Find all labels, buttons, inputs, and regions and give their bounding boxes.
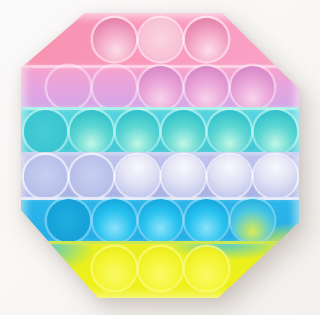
bubble-r1c3-raised[interactable] xyxy=(185,18,228,61)
band-teal xyxy=(21,107,299,152)
bubble-r3c5-raised[interactable] xyxy=(208,110,251,153)
bubble-r5c5-raised[interactable] xyxy=(231,199,274,242)
bubble-row-4 xyxy=(24,155,297,198)
bubble-r3c4-raised[interactable] xyxy=(162,110,205,153)
popit-shadow xyxy=(21,13,299,298)
band-lavender xyxy=(21,152,299,197)
bubble-r2c2-popped[interactable] xyxy=(93,66,136,109)
bubble-row-1 xyxy=(93,18,228,61)
bubble-r5c2-raised[interactable] xyxy=(93,199,136,242)
bubble-r5c4-raised[interactable] xyxy=(185,199,228,242)
bubble-r6c3-raised[interactable] xyxy=(185,247,228,290)
bubble-row-5 xyxy=(47,199,274,242)
bubble-row-2 xyxy=(47,66,274,109)
popit-board xyxy=(21,13,299,298)
bubble-r4c5-raised[interactable] xyxy=(208,155,251,198)
bubble-r2c4-raised[interactable] xyxy=(185,66,228,109)
bubble-r4c4-raised[interactable] xyxy=(162,155,205,198)
bubble-r2c5-raised[interactable] xyxy=(231,66,274,109)
bubble-r3c2-raised[interactable] xyxy=(70,110,113,153)
bubble-r2c1-popped[interactable] xyxy=(47,66,90,109)
bubble-r2c3-raised[interactable] xyxy=(139,66,182,109)
bubble-r5c1-popped[interactable] xyxy=(47,199,90,242)
band-pink xyxy=(21,13,299,65)
band-yellow xyxy=(21,241,299,298)
bubble-row-6 xyxy=(93,247,228,290)
bubble-r6c2-raised[interactable] xyxy=(139,247,182,290)
band-purple xyxy=(21,65,299,107)
bubble-r4c3-raised[interactable] xyxy=(116,155,159,198)
bubble-r3c3-raised[interactable] xyxy=(116,110,159,153)
bubble-row-3 xyxy=(24,110,297,153)
bubble-r3c6-raised[interactable] xyxy=(254,110,297,153)
bubble-r4c6-raised[interactable] xyxy=(254,155,297,198)
bubble-r1c1-raised[interactable] xyxy=(93,18,136,61)
band-blue xyxy=(21,197,299,241)
bubble-r4c1-popped[interactable] xyxy=(24,155,67,198)
bubble-r1c2-popped[interactable] xyxy=(139,18,182,61)
bubble-r6c1-raised[interactable] xyxy=(93,247,136,290)
photo-stage xyxy=(0,0,320,315)
bubble-r4c2-popped[interactable] xyxy=(70,155,113,198)
bubble-r5c3-raised[interactable] xyxy=(139,199,182,242)
bubble-r3c1-popped[interactable] xyxy=(24,110,67,153)
